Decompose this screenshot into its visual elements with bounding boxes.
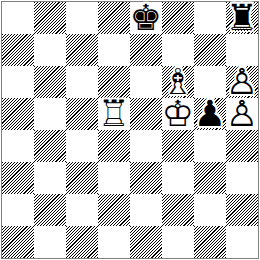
square-a2[interactable] [2,194,34,226]
square-d4[interactable] [98,130,130,162]
piece-black-pawn-icon: ♟ [194,98,226,130]
square-e1[interactable] [130,226,162,258]
square-e7[interactable] [130,34,162,66]
square-g5[interactable]: ♟♟ [194,98,226,130]
piece-white-bishop-icon: ♗ [162,66,194,98]
square-c2[interactable] [66,194,98,226]
square-c4[interactable] [66,130,98,162]
square-g8[interactable] [194,2,226,34]
square-e5[interactable] [130,98,162,130]
square-e2[interactable] [130,194,162,226]
square-f1[interactable] [162,226,194,258]
square-b8[interactable] [34,2,66,34]
square-c8[interactable] [66,2,98,34]
piece-halo: ♝ [162,66,194,98]
piece-halo: ♟ [226,66,258,98]
square-a6[interactable] [2,66,34,98]
piece-white-king-icon: ♔ [162,98,194,130]
square-c7[interactable] [66,34,98,66]
square-d7[interactable] [98,34,130,66]
square-h3[interactable] [226,162,258,194]
square-c5[interactable] [66,98,98,130]
square-b6[interactable] [34,66,66,98]
square-b4[interactable] [34,130,66,162]
square-f3[interactable] [162,162,194,194]
square-c3[interactable] [66,162,98,194]
square-d1[interactable] [98,226,130,258]
square-c6[interactable] [66,66,98,98]
piece-black-rook-icon: ♜ [226,2,258,34]
square-h8[interactable]: ♜♜ [226,2,258,34]
square-a8[interactable] [2,2,34,34]
square-b3[interactable] [34,162,66,194]
square-g1[interactable] [194,226,226,258]
chessboard: ♚♚♜♜♝♗♟♙♜♖♚♔♟♟♟♙ [1,1,259,259]
square-d2[interactable] [98,194,130,226]
square-h2[interactable] [226,194,258,226]
square-b2[interactable] [34,194,66,226]
piece-halo: ♚ [130,2,162,34]
piece-halo: ♚ [162,98,194,130]
square-f8[interactable] [162,2,194,34]
square-d6[interactable] [98,66,130,98]
square-g7[interactable] [194,34,226,66]
square-e8[interactable]: ♚♚ [130,2,162,34]
square-a4[interactable] [2,130,34,162]
square-b1[interactable] [34,226,66,258]
square-e6[interactable] [130,66,162,98]
square-d5[interactable]: ♜♖ [98,98,130,130]
square-f4[interactable] [162,130,194,162]
piece-white-pawn-icon: ♙ [226,98,258,130]
square-g2[interactable] [194,194,226,226]
square-a3[interactable] [2,162,34,194]
square-f5[interactable]: ♚♔ [162,98,194,130]
piece-halo: ♟ [194,98,226,130]
piece-halo: ♜ [226,2,258,34]
square-h7[interactable] [226,34,258,66]
square-h4[interactable] [226,130,258,162]
piece-halo: ♟ [226,98,258,130]
diagram-frame: ♚♚♜♜♝♗♟♙♜♖♚♔♟♟♟♙ [0,0,260,260]
square-g3[interactable] [194,162,226,194]
piece-white-pawn-icon: ♙ [226,66,258,98]
square-h6[interactable]: ♟♙ [226,66,258,98]
square-f7[interactable] [162,34,194,66]
square-f6[interactable]: ♝♗ [162,66,194,98]
square-b5[interactable] [34,98,66,130]
square-h5[interactable]: ♟♙ [226,98,258,130]
piece-halo: ♜ [98,98,130,130]
square-a5[interactable] [2,98,34,130]
square-f2[interactable] [162,194,194,226]
piece-white-rook-icon: ♖ [98,98,130,130]
square-e4[interactable] [130,130,162,162]
square-e3[interactable] [130,162,162,194]
square-a1[interactable] [2,226,34,258]
square-g6[interactable] [194,66,226,98]
square-g4[interactable] [194,130,226,162]
square-a7[interactable] [2,34,34,66]
piece-black-king-icon: ♚ [130,2,162,34]
square-d8[interactable] [98,2,130,34]
square-c1[interactable] [66,226,98,258]
square-b7[interactable] [34,34,66,66]
square-h1[interactable] [226,226,258,258]
square-d3[interactable] [98,162,130,194]
